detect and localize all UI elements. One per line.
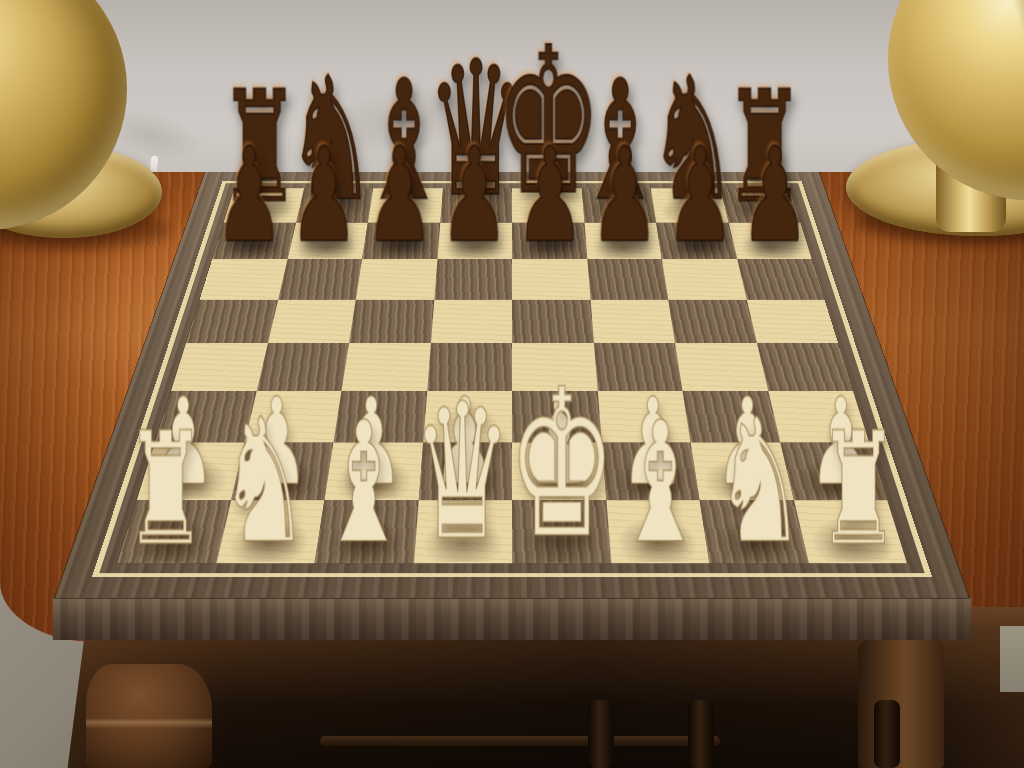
- piece-white-queen-d1[interactable]: ♛: [412, 379, 512, 567]
- square-e5[interactable]: [512, 299, 594, 343]
- piece-white-knight-b1[interactable]: ♞: [219, 396, 311, 568]
- board-inlay-line: ♜♞♝♛♚♝♞♜♟♟♟♟♟♟♟♟♟♟♟♟♟♟♟♟♜♞♝♛♚♝♞♜: [92, 181, 932, 577]
- stand-post: [874, 700, 900, 768]
- square-f6[interactable]: [587, 259, 668, 299]
- board-grid: ♜♞♝♛♚♝♞♜♟♟♟♟♟♟♟♟♟♟♟♟♟♟♟♟♜♞♝♛♚♝♞♜: [117, 188, 907, 563]
- square-d6[interactable]: [434, 259, 512, 299]
- square-b6[interactable]: [278, 259, 362, 299]
- stand-leg-right: [858, 638, 944, 768]
- piece-white-rook-a1[interactable]: ♜: [124, 412, 207, 567]
- piece-black-pawn-f7[interactable]: ♟: [590, 131, 660, 262]
- square-g7[interactable]: ♟: [656, 222, 737, 259]
- square-f5[interactable]: [590, 299, 675, 343]
- square-a1[interactable]: ♜: [117, 500, 231, 563]
- square-a7[interactable]: ♟: [212, 222, 296, 259]
- square-g1[interactable]: ♞: [700, 500, 809, 563]
- piece-black-pawn-h7[interactable]: ♟: [740, 131, 810, 262]
- chess-board: ♜♞♝♛♚♝♞♜♟♟♟♟♟♟♟♟♟♟♟♟♟♟♟♟♜♞♝♛♚♝♞♜: [55, 172, 969, 598]
- square-c7[interactable]: ♟: [362, 222, 440, 259]
- piece-white-king-e1[interactable]: ♚: [507, 363, 616, 567]
- stand-rail: [320, 736, 720, 746]
- piece-white-rook-h1[interactable]: ♜: [817, 412, 900, 567]
- square-a5[interactable]: [186, 299, 278, 343]
- square-f1[interactable]: ♝: [606, 500, 710, 563]
- square-b5[interactable]: [268, 299, 356, 343]
- piece-black-pawn-b7[interactable]: ♟: [289, 131, 359, 262]
- square-g6[interactable]: [662, 259, 746, 299]
- square-h1[interactable]: ♜: [793, 500, 907, 563]
- piece-black-pawn-d7[interactable]: ♟: [440, 131, 510, 262]
- square-e1[interactable]: ♚: [512, 500, 611, 563]
- stand-post: [588, 700, 614, 768]
- board-front-edge: [53, 598, 972, 640]
- square-c1[interactable]: ♝: [315, 500, 419, 563]
- piece-white-knight-g1[interactable]: ♞: [714, 396, 806, 568]
- square-d1[interactable]: ♛: [413, 500, 512, 563]
- floor-right: [1000, 626, 1024, 692]
- piece-black-pawn-c7[interactable]: ♟: [364, 131, 434, 262]
- piece-black-pawn-e7[interactable]: ♟: [515, 131, 585, 262]
- square-c6[interactable]: [356, 259, 437, 299]
- stand-leg-left: [86, 664, 212, 768]
- piece-white-bishop-f1[interactable]: ♝: [616, 400, 705, 567]
- photo-scene: ♜♞♝♛♚♝♞♜♟♟♟♟♟♟♟♟♟♟♟♟♟♟♟♟♜♞♝♛♚♝♞♜: [0, 0, 1024, 768]
- square-e7[interactable]: ♟: [512, 222, 587, 259]
- square-c5[interactable]: [349, 299, 434, 343]
- square-b7[interactable]: ♟: [287, 222, 368, 259]
- square-d7[interactable]: ♟: [437, 222, 512, 259]
- square-b1[interactable]: ♞: [216, 500, 325, 563]
- stand-post: [688, 700, 714, 768]
- square-d5[interactable]: [431, 299, 513, 343]
- square-h6[interactable]: [737, 259, 824, 299]
- square-a6[interactable]: [200, 259, 287, 299]
- square-g5[interactable]: [668, 299, 756, 343]
- piece-black-pawn-g7[interactable]: ♟: [665, 131, 735, 262]
- square-e6[interactable]: [512, 259, 590, 299]
- square-h5[interactable]: [746, 299, 838, 343]
- square-h7[interactable]: ♟: [728, 222, 812, 259]
- piece-white-bishop-c1[interactable]: ♝: [319, 400, 408, 567]
- piece-black-pawn-a7[interactable]: ♟: [214, 131, 284, 262]
- square-f7[interactable]: ♟: [584, 222, 662, 259]
